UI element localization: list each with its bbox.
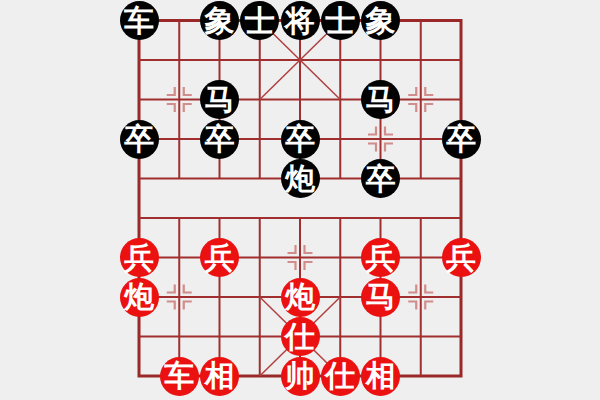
black-soldier[interactable]: 卒 xyxy=(442,120,481,159)
black-horse[interactable]: 马 xyxy=(361,80,400,119)
red-soldier[interactable]: 兵 xyxy=(442,238,481,277)
red-soldier[interactable]: 兵 xyxy=(120,238,159,277)
red-advisor[interactable]: 仕 xyxy=(321,357,360,396)
black-soldier[interactable]: 卒 xyxy=(281,120,320,159)
black-advisor[interactable]: 士 xyxy=(240,1,279,40)
red-horse[interactable]: 马 xyxy=(361,278,400,317)
black-chariot[interactable]: 车 xyxy=(120,1,159,40)
black-soldier[interactable]: 卒 xyxy=(120,120,159,159)
xiangqi-board-area: 车象士将士象马马卒卒卒卒炮卒兵兵兵兵炮炮马仕车相帅仕相 xyxy=(0,0,600,400)
red-soldier[interactable]: 兵 xyxy=(361,238,400,277)
red-cannon[interactable]: 炮 xyxy=(120,278,159,317)
black-cannon[interactable]: 炮 xyxy=(281,159,320,198)
black-elephant[interactable]: 象 xyxy=(200,1,239,40)
red-cannon[interactable]: 炮 xyxy=(281,278,320,317)
black-horse[interactable]: 马 xyxy=(200,80,239,119)
black-soldier[interactable]: 卒 xyxy=(361,159,400,198)
red-chariot[interactable]: 车 xyxy=(160,357,199,396)
black-elephant[interactable]: 象 xyxy=(361,1,400,40)
black-soldier[interactable]: 卒 xyxy=(200,120,239,159)
pieces-layer: 车象士将士象马马卒卒卒卒炮卒兵兵兵兵炮炮马仕车相帅仕相 xyxy=(119,1,481,396)
black-advisor[interactable]: 士 xyxy=(321,1,360,40)
red-advisor[interactable]: 仕 xyxy=(281,317,320,356)
red-elephant[interactable]: 相 xyxy=(361,357,400,396)
red-soldier[interactable]: 兵 xyxy=(200,238,239,277)
red-general[interactable]: 帅 xyxy=(281,357,320,396)
black-general[interactable]: 将 xyxy=(281,1,320,40)
red-elephant[interactable]: 相 xyxy=(200,357,239,396)
